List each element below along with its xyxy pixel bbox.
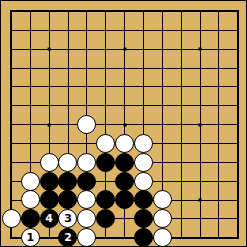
intersection-5-13[interactable] <box>77 228 96 247</box>
intersection-5-12[interactable] <box>77 209 96 228</box>
intersection-5-6[interactable] <box>77 96 96 115</box>
intersection-1-3[interactable] <box>2 40 21 59</box>
intersection-5-2[interactable] <box>77 21 96 40</box>
intersection-10-6[interactable] <box>172 96 191 115</box>
intersection-8-9[interactable] <box>134 153 153 172</box>
go-board: 4312 <box>2 2 247 247</box>
intersection-9-4[interactable] <box>153 59 172 78</box>
intersection-1-7[interactable] <box>2 115 21 134</box>
intersection-9-11[interactable] <box>153 190 172 209</box>
white-stone <box>40 153 59 172</box>
black-stone <box>134 209 153 228</box>
white-stone <box>77 115 96 134</box>
black-stone <box>96 190 115 209</box>
intersection-10-13[interactable] <box>172 228 191 247</box>
intersection-8-12[interactable] <box>134 209 153 228</box>
intersection-8-11[interactable] <box>134 190 153 209</box>
intersection-9-8[interactable] <box>153 134 172 153</box>
intersection-6-2[interactable] <box>96 21 115 40</box>
intersection-8-7[interactable] <box>134 115 153 134</box>
intersection-2-2[interactable] <box>21 21 40 40</box>
black-stone <box>58 190 77 209</box>
intersection-3-6[interactable] <box>40 96 59 115</box>
intersection-3-1[interactable] <box>40 2 59 21</box>
intersection-4-8[interactable] <box>59 134 78 153</box>
intersection-4-5[interactable] <box>59 77 78 96</box>
intersection-1-1[interactable] <box>2 2 21 21</box>
intersection-8-10[interactable] <box>134 172 153 191</box>
intersection-6-9[interactable] <box>96 153 115 172</box>
intersection-13-4[interactable] <box>228 59 247 78</box>
intersection-10-2[interactable] <box>172 21 191 40</box>
intersection-12-2[interactable] <box>209 21 228 40</box>
white-stone <box>115 134 134 153</box>
intersection-3-10[interactable] <box>40 172 59 191</box>
intersection-5-8[interactable] <box>77 134 96 153</box>
intersection-13-11[interactable] <box>228 190 247 209</box>
intersection-7-8[interactable] <box>115 134 134 153</box>
intersection-8-8[interactable] <box>134 134 153 153</box>
intersection-4-11[interactable] <box>59 190 78 209</box>
intersection-13-6[interactable] <box>228 96 247 115</box>
intersection-10-1[interactable] <box>172 2 191 21</box>
intersection-2-13[interactable]: 1 <box>21 228 40 247</box>
black-stone <box>96 209 115 228</box>
intersection-4-12[interactable]: 3 <box>59 209 78 228</box>
intersection-3-5[interactable] <box>40 77 59 96</box>
intersection-3-4[interactable] <box>40 59 59 78</box>
intersection-10-9[interactable] <box>172 153 191 172</box>
intersection-7-2[interactable] <box>115 21 134 40</box>
intersection-1-12[interactable] <box>2 209 21 228</box>
black-stone <box>134 228 153 247</box>
intersection-7-12[interactable] <box>115 209 134 228</box>
intersection-11-3[interactable] <box>190 40 209 59</box>
intersection-4-6[interactable] <box>59 96 78 115</box>
intersection-6-7[interactable] <box>96 115 115 134</box>
white-stone <box>21 190 40 209</box>
intersection-13-3[interactable] <box>228 40 247 59</box>
intersection-1-13[interactable] <box>2 228 21 247</box>
black-stone <box>134 190 153 209</box>
intersection-2-4[interactable] <box>21 59 40 78</box>
intersection-12-5[interactable] <box>209 77 228 96</box>
intersection-2-6[interactable] <box>21 96 40 115</box>
intersection-6-10[interactable] <box>96 172 115 191</box>
intersection-9-3[interactable] <box>153 40 172 59</box>
intersection-1-5[interactable] <box>2 77 21 96</box>
move-2-black-stone: 2 <box>58 228 77 247</box>
white-stone <box>134 153 153 172</box>
intersection-10-7[interactable] <box>172 115 191 134</box>
intersection-5-1[interactable] <box>77 2 96 21</box>
black-stone <box>115 190 134 209</box>
intersection-7-3[interactable] <box>115 40 134 59</box>
intersection-1-9[interactable] <box>2 153 21 172</box>
intersection-12-12[interactable] <box>209 209 228 228</box>
intersection-6-13[interactable] <box>96 228 115 247</box>
intersection-5-10[interactable] <box>77 172 96 191</box>
move-4-black-stone: 4 <box>40 209 59 228</box>
intersection-3-3[interactable] <box>40 40 59 59</box>
intersection-12-1[interactable] <box>209 2 228 21</box>
intersection-13-1[interactable] <box>228 2 247 21</box>
black-stone <box>40 190 59 209</box>
intersection-4-4[interactable] <box>59 59 78 78</box>
intersection-7-5[interactable] <box>115 77 134 96</box>
intersection-5-4[interactable] <box>77 59 96 78</box>
intersection-13-7[interactable] <box>228 115 247 134</box>
black-stone <box>21 209 40 228</box>
black-stone <box>115 172 134 191</box>
intersection-11-9[interactable] <box>190 153 209 172</box>
intersection-4-7[interactable] <box>59 115 78 134</box>
intersection-11-5[interactable] <box>190 77 209 96</box>
intersection-3-2[interactable] <box>40 21 59 40</box>
intersection-2-7[interactable] <box>21 115 40 134</box>
intersection-13-2[interactable] <box>228 21 247 40</box>
black-stone <box>58 172 77 191</box>
intersection-12-13[interactable] <box>209 228 228 247</box>
white-stone <box>77 209 96 228</box>
intersection-10-8[interactable] <box>172 134 191 153</box>
intersection-13-13[interactable] <box>228 228 247 247</box>
intersection-3-9[interactable] <box>40 153 59 172</box>
intersection-2-1[interactable] <box>21 2 40 21</box>
go-diagram: 4312 <box>0 0 247 247</box>
intersection-2-8[interactable] <box>21 134 40 153</box>
white-stone <box>134 134 153 153</box>
intersection-2-9[interactable] <box>21 153 40 172</box>
intersection-13-8[interactable] <box>228 134 247 153</box>
intersection-8-2[interactable] <box>134 21 153 40</box>
intersection-6-3[interactable] <box>96 40 115 59</box>
intersection-8-13[interactable] <box>134 228 153 247</box>
intersection-7-1[interactable] <box>115 2 134 21</box>
intersection-8-3[interactable] <box>134 40 153 59</box>
intersection-11-11[interactable] <box>190 190 209 209</box>
intersection-11-6[interactable] <box>190 96 209 115</box>
intersection-7-11[interactable] <box>115 190 134 209</box>
intersection-12-11[interactable] <box>209 190 228 209</box>
intersection-6-6[interactable] <box>96 96 115 115</box>
intersection-1-10[interactable] <box>2 172 21 191</box>
intersection-2-5[interactable] <box>21 77 40 96</box>
intersection-9-9[interactable] <box>153 153 172 172</box>
intersection-10-5[interactable] <box>172 77 191 96</box>
intersection-2-3[interactable] <box>21 40 40 59</box>
intersection-9-5[interactable] <box>153 77 172 96</box>
move-3-white-stone: 3 <box>58 209 77 228</box>
intersection-4-9[interactable] <box>59 153 78 172</box>
intersection-2-11[interactable] <box>21 190 40 209</box>
intersection-1-11[interactable] <box>2 190 21 209</box>
intersection-2-10[interactable] <box>21 172 40 191</box>
intersection-5-3[interactable] <box>77 40 96 59</box>
intersection-6-11[interactable] <box>96 190 115 209</box>
white-stone <box>153 228 172 247</box>
intersection-9-13[interactable] <box>153 228 172 247</box>
intersection-7-9[interactable] <box>115 153 134 172</box>
intersection-11-13[interactable] <box>190 228 209 247</box>
white-stone <box>77 228 96 247</box>
intersection-9-6[interactable] <box>153 96 172 115</box>
intersection-13-10[interactable] <box>228 172 247 191</box>
intersection-1-2[interactable] <box>2 21 21 40</box>
intersection-3-7[interactable] <box>40 115 59 134</box>
intersection-8-4[interactable] <box>134 59 153 78</box>
intersection-5-7[interactable] <box>77 115 96 134</box>
black-stone <box>40 172 59 191</box>
intersection-11-10[interactable] <box>190 172 209 191</box>
intersection-12-4[interactable] <box>209 59 228 78</box>
intersection-4-3[interactable] <box>59 40 78 59</box>
intersection-7-4[interactable] <box>115 59 134 78</box>
intersection-11-2[interactable] <box>190 21 209 40</box>
intersection-13-12[interactable] <box>228 209 247 228</box>
intersection-6-12[interactable] <box>96 209 115 228</box>
black-stone <box>96 153 115 172</box>
intersection-3-8[interactable] <box>40 134 59 153</box>
intersection-9-10[interactable] <box>153 172 172 191</box>
white-stone <box>2 209 21 228</box>
intersection-11-12[interactable] <box>190 209 209 228</box>
intersection-12-3[interactable] <box>209 40 228 59</box>
intersection-6-5[interactable] <box>96 77 115 96</box>
intersection-1-8[interactable] <box>2 134 21 153</box>
white-stone <box>77 190 96 209</box>
intersection-11-7[interactable] <box>190 115 209 134</box>
intersection-7-13[interactable] <box>115 228 134 247</box>
intersection-12-6[interactable] <box>209 96 228 115</box>
intersection-7-7[interactable] <box>115 115 134 134</box>
white-stone <box>153 209 172 228</box>
intersection-7-6[interactable] <box>115 96 134 115</box>
intersection-9-2[interactable] <box>153 21 172 40</box>
intersection-1-4[interactable] <box>2 59 21 78</box>
intersection-11-1[interactable] <box>190 2 209 21</box>
intersection-7-10[interactable] <box>115 172 134 191</box>
intersection-5-9[interactable] <box>77 153 96 172</box>
intersection-5-11[interactable] <box>77 190 96 209</box>
move-1-white-stone: 1 <box>21 228 40 247</box>
white-stone <box>96 134 115 153</box>
intersection-4-2[interactable] <box>59 21 78 40</box>
intersection-11-8[interactable] <box>190 134 209 153</box>
intersection-6-1[interactable] <box>96 2 115 21</box>
intersection-4-1[interactable] <box>59 2 78 21</box>
intersection-10-4[interactable] <box>172 59 191 78</box>
white-stone <box>134 172 153 191</box>
white-stone <box>58 153 77 172</box>
white-stone <box>77 153 96 172</box>
intersection-12-10[interactable] <box>209 172 228 191</box>
intersection-13-9[interactable] <box>228 153 247 172</box>
intersection-3-11[interactable] <box>40 190 59 209</box>
intersection-3-12[interactable]: 4 <box>40 209 59 228</box>
intersection-3-13[interactable] <box>40 228 59 247</box>
intersection-10-12[interactable] <box>172 209 191 228</box>
black-stone <box>77 172 96 191</box>
intersection-12-7[interactable] <box>209 115 228 134</box>
intersection-2-12[interactable] <box>21 209 40 228</box>
intersection-10-11[interactable] <box>172 190 191 209</box>
intersection-12-8[interactable] <box>209 134 228 153</box>
intersection-13-5[interactable] <box>228 77 247 96</box>
intersection-8-6[interactable] <box>134 96 153 115</box>
black-stone <box>115 153 134 172</box>
intersection-8-5[interactable] <box>134 77 153 96</box>
white-stone <box>21 172 40 191</box>
intersection-4-13[interactable]: 2 <box>59 228 78 247</box>
intersection-12-9[interactable] <box>209 153 228 172</box>
intersection-1-6[interactable] <box>2 96 21 115</box>
white-stone <box>153 190 172 209</box>
intersection-11-4[interactable] <box>190 59 209 78</box>
intersection-6-4[interactable] <box>96 59 115 78</box>
intersection-10-3[interactable] <box>172 40 191 59</box>
intersection-9-12[interactable] <box>153 209 172 228</box>
intersection-10-10[interactable] <box>172 172 191 191</box>
intersection-8-1[interactable] <box>134 2 153 21</box>
intersection-9-7[interactable] <box>153 115 172 134</box>
intersection-6-8[interactable] <box>96 134 115 153</box>
intersection-4-10[interactable] <box>59 172 78 191</box>
intersection-5-5[interactable] <box>77 77 96 96</box>
intersection-9-1[interactable] <box>153 2 172 21</box>
